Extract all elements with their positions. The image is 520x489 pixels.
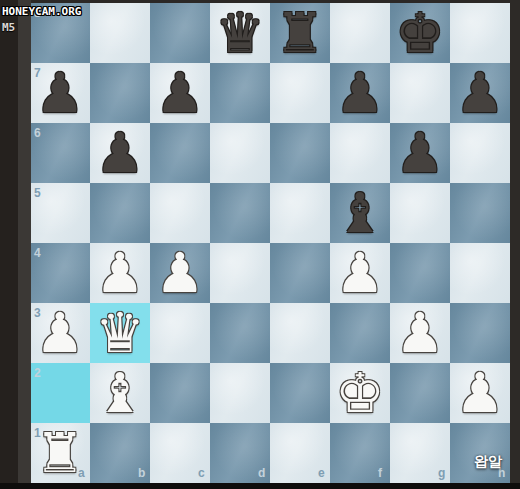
square-b4[interactable]: ♟	[90, 243, 150, 303]
bottom-border	[0, 483, 520, 489]
square-c6[interactable]	[150, 123, 210, 183]
left-dark-strip	[0, 0, 18, 489]
square-h8[interactable]	[450, 3, 510, 63]
square-a4[interactable]	[30, 243, 90, 303]
square-d2[interactable]	[210, 363, 270, 423]
square-f6[interactable]	[330, 123, 390, 183]
square-f5[interactable]: ♝	[330, 183, 390, 243]
square-g6[interactable]: ♟	[390, 123, 450, 183]
square-b1[interactable]	[90, 423, 150, 483]
piece-black-pawn-b6[interactable]: ♟	[90, 123, 150, 183]
square-e4[interactable]	[270, 243, 330, 303]
square-g3[interactable]: ♟	[390, 303, 450, 363]
piece-white-rook-a1[interactable]: ♜	[30, 423, 90, 483]
piece-black-pawn-f7[interactable]: ♟	[330, 63, 390, 123]
piece-white-pawn-a3[interactable]: ♟	[30, 303, 90, 363]
square-e3[interactable]	[270, 303, 330, 363]
square-f7[interactable]: ♟	[330, 63, 390, 123]
square-g5[interactable]	[390, 183, 450, 243]
square-h6[interactable]	[450, 123, 510, 183]
square-e1[interactable]	[270, 423, 330, 483]
square-c3[interactable]	[150, 303, 210, 363]
korean-caption: 왑알	[474, 453, 502, 471]
square-b5[interactable]	[90, 183, 150, 243]
square-b7[interactable]	[90, 63, 150, 123]
piece-black-pawn-g6[interactable]: ♟	[390, 123, 450, 183]
piece-black-queen-d8[interactable]: ♛	[210, 3, 270, 63]
piece-white-pawn-f4[interactable]: ♟	[330, 243, 390, 303]
square-e6[interactable]	[270, 123, 330, 183]
square-g1[interactable]	[390, 423, 450, 483]
piece-white-queen-b3[interactable]: ♛	[90, 303, 150, 363]
square-d6[interactable]	[210, 123, 270, 183]
square-f2[interactable]: ♚	[330, 363, 390, 423]
square-a5[interactable]	[30, 183, 90, 243]
top-border	[0, 0, 520, 3]
square-e8[interactable]: ♜	[270, 3, 330, 63]
square-g8[interactable]: ♚	[390, 3, 450, 63]
square-b3[interactable]: ♛	[90, 303, 150, 363]
piece-black-pawn-c7[interactable]: ♟	[150, 63, 210, 123]
square-g4[interactable]	[390, 243, 450, 303]
square-a3[interactable]: ♟	[30, 303, 90, 363]
square-f1[interactable]	[330, 423, 390, 483]
square-a2[interactable]	[30, 363, 90, 423]
piece-white-pawn-g3[interactable]: ♟	[390, 303, 450, 363]
honeycam-watermark: HONEYCAM.ORG	[2, 5, 81, 18]
piece-white-pawn-b4[interactable]: ♟	[90, 243, 150, 303]
square-h7[interactable]: ♟	[450, 63, 510, 123]
screenshot-root: ♛♜♚♟♟♟♟♟♟♝♟♟♟♟♛♟♝♚♟♜87654321abcdefgh HON…	[0, 0, 520, 489]
piece-black-bishop-f5[interactable]: ♝	[330, 183, 390, 243]
square-d4[interactable]	[210, 243, 270, 303]
recording-frame-label: M5	[2, 21, 15, 34]
square-f4[interactable]: ♟	[330, 243, 390, 303]
square-d5[interactable]	[210, 183, 270, 243]
square-e5[interactable]	[270, 183, 330, 243]
square-c5[interactable]	[150, 183, 210, 243]
square-c2[interactable]	[150, 363, 210, 423]
square-g2[interactable]	[390, 363, 450, 423]
square-a7[interactable]: ♟	[30, 63, 90, 123]
piece-white-bishop-b2[interactable]: ♝	[90, 363, 150, 423]
square-d3[interactable]	[210, 303, 270, 363]
square-e7[interactable]	[270, 63, 330, 123]
right-border	[510, 0, 520, 489]
square-b6[interactable]: ♟	[90, 123, 150, 183]
piece-black-pawn-a7[interactable]: ♟	[30, 63, 90, 123]
piece-white-pawn-h2[interactable]: ♟	[450, 363, 510, 423]
chess-board[interactable]: ♛♜♚♟♟♟♟♟♟♝♟♟♟♟♛♟♝♚♟♜87654321abcdefgh	[30, 3, 510, 483]
square-h5[interactable]	[450, 183, 510, 243]
square-d1[interactable]	[210, 423, 270, 483]
piece-black-rook-e8[interactable]: ♜	[270, 3, 330, 63]
left-gray-strip	[18, 0, 31, 489]
piece-white-king-f2[interactable]: ♚	[330, 363, 390, 423]
square-f3[interactable]	[330, 303, 390, 363]
square-b2[interactable]: ♝	[90, 363, 150, 423]
square-c1[interactable]	[150, 423, 210, 483]
square-a1[interactable]: ♜	[30, 423, 90, 483]
square-f8[interactable]	[330, 3, 390, 63]
square-a6[interactable]	[30, 123, 90, 183]
square-g7[interactable]	[390, 63, 450, 123]
square-b8[interactable]	[90, 3, 150, 63]
square-h4[interactable]	[450, 243, 510, 303]
square-d8[interactable]: ♛	[210, 3, 270, 63]
piece-black-king-g8[interactable]: ♚	[390, 3, 450, 63]
square-c7[interactable]: ♟	[150, 63, 210, 123]
square-c8[interactable]	[150, 3, 210, 63]
square-c4[interactable]: ♟	[150, 243, 210, 303]
square-h3[interactable]	[450, 303, 510, 363]
square-h2[interactable]: ♟	[450, 363, 510, 423]
piece-white-pawn-c4[interactable]: ♟	[150, 243, 210, 303]
square-e2[interactable]	[270, 363, 330, 423]
square-d7[interactable]	[210, 63, 270, 123]
piece-black-pawn-h7[interactable]: ♟	[450, 63, 510, 123]
